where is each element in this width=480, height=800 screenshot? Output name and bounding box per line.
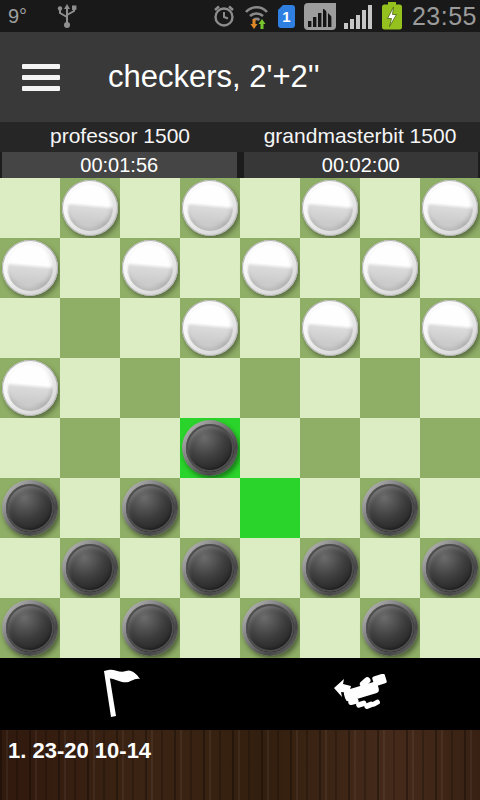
square-r7c7[interactable] [360,538,420,598]
flag-icon [92,664,148,724]
alarm-icon [211,3,237,29]
square-r1c6[interactable] [300,178,360,238]
square-r1c1[interactable] [0,178,60,238]
hamburger-menu-button[interactable] [22,64,60,91]
clock-time-label: 23:55 [412,2,477,31]
move-list-area[interactable]: 1. 23-20 10-14 [0,730,480,800]
square-r1c3[interactable] [120,178,180,238]
square-r4c6[interactable] [300,358,360,418]
white-piece[interactable] [422,300,478,356]
square-r3c3[interactable] [120,298,180,358]
svg-text:1: 1 [282,8,290,25]
square-r3c4[interactable] [180,298,240,358]
black-piece[interactable] [182,420,238,476]
square-r8c3[interactable] [120,598,180,658]
black-piece[interactable] [2,600,58,656]
page-title: checkers, 2'+2'' [108,59,320,95]
square-r8c6[interactable] [300,598,360,658]
square-r8c2[interactable] [60,598,120,658]
square-r4c3[interactable] [120,358,180,418]
square-r1c7[interactable] [360,178,420,238]
square-r7c4[interactable] [180,538,240,598]
player-names-row: professor 1500 grandmasterbit 1500 [0,122,480,152]
square-r4c5[interactable] [240,358,300,418]
board [0,178,480,658]
player-left-name: professor 1500 [0,122,240,152]
sim1-icon: 1 [276,3,297,30]
square-r2c5[interactable] [240,238,300,298]
white-piece[interactable] [362,240,418,296]
square-r5c6[interactable] [300,418,360,478]
white-piece[interactable] [422,180,478,236]
draw-button[interactable] [240,658,480,730]
temperature-label: 9° [8,0,27,32]
white-piece[interactable] [182,300,238,356]
square-r8c4[interactable] [180,598,240,658]
square-r5c1[interactable] [0,418,60,478]
square-r3c8[interactable] [420,298,480,358]
square-r5c3[interactable] [120,418,180,478]
black-piece[interactable] [362,600,418,656]
white-piece[interactable] [2,240,58,296]
square-r8c1[interactable] [0,598,60,658]
black-piece[interactable] [422,540,478,596]
square-r8c8[interactable] [420,598,480,658]
checkers-app-screen: 9° [0,0,480,800]
square-r6c2[interactable] [60,478,120,538]
white-piece[interactable] [62,180,118,236]
square-r8c5[interactable] [240,598,300,658]
square-r1c8[interactable] [420,178,480,238]
square-r5c4[interactable] [180,418,240,478]
square-r7c1[interactable] [0,538,60,598]
status-icons-cluster: 1 [211,1,477,31]
square-r6c1[interactable] [0,478,60,538]
black-piece[interactable] [362,480,418,536]
square-r6c8[interactable] [420,478,480,538]
square-r2c8[interactable] [420,238,480,298]
square-r4c1[interactable] [0,358,60,418]
wifi-updown-icon [243,3,270,30]
square-r5c2[interactable] [60,418,120,478]
square-r7c5[interactable] [240,538,300,598]
square-r5c5[interactable] [240,418,300,478]
square-r2c1[interactable] [0,238,60,298]
square-r6c5[interactable] [240,478,300,538]
move-list-text: 1. 23-20 10-14 [0,730,480,764]
square-r5c7[interactable] [360,418,420,478]
square-r2c2[interactable] [60,238,120,298]
black-piece[interactable] [242,600,298,656]
square-r6c6[interactable] [300,478,360,538]
square-r3c7[interactable] [360,298,420,358]
white-piece[interactable] [242,240,298,296]
clocks-row: 00:01:56 00:02:00 [0,152,480,178]
square-r3c2[interactable] [60,298,120,358]
square-r6c7[interactable] [360,478,420,538]
square-r7c6[interactable] [300,538,360,598]
black-piece[interactable] [122,480,178,536]
square-r5c8[interactable] [420,418,480,478]
white-piece[interactable] [122,240,178,296]
white-piece[interactable] [182,180,238,236]
white-piece[interactable] [302,180,358,236]
resign-button[interactable] [0,658,240,730]
game-controls-bar [0,658,480,730]
square-r7c3[interactable] [120,538,180,598]
handshake-icon [333,674,387,714]
signal-bars-icon [343,3,374,30]
square-r1c5[interactable] [240,178,300,238]
white-piece[interactable] [2,360,58,416]
square-r3c5[interactable] [240,298,300,358]
square-r4c8[interactable] [420,358,480,418]
black-piece[interactable] [182,540,238,596]
square-r1c2[interactable] [60,178,120,238]
square-r2c4[interactable] [180,238,240,298]
square-r4c4[interactable] [180,358,240,418]
square-r4c2[interactable] [60,358,120,418]
square-r7c8[interactable] [420,538,480,598]
square-r1c4[interactable] [180,178,240,238]
hamburger-icon [22,64,60,69]
title-bar: checkers, 2'+2'' [0,32,480,122]
black-piece[interactable] [122,600,178,656]
square-r2c6[interactable] [300,238,360,298]
square-r4c7[interactable] [360,358,420,418]
square-r2c7[interactable] [360,238,420,298]
square-r8c7[interactable] [360,598,420,658]
battery-charging-icon [380,1,404,31]
player-left-clock: 00:01:56 [2,152,237,178]
player-right-clock: 00:02:00 [244,152,479,178]
usb-icon [55,3,79,29]
square-r2c3[interactable] [120,238,180,298]
square-r6c4[interactable] [180,478,240,538]
signal-box-icon [303,1,337,31]
square-r3c6[interactable] [300,298,360,358]
square-r7c2[interactable] [60,538,120,598]
status-bar: 9° [0,0,480,32]
player-right-name: grandmasterbit 1500 [240,122,480,152]
black-piece[interactable] [2,480,58,536]
black-piece[interactable] [62,540,118,596]
white-piece[interactable] [302,300,358,356]
black-piece[interactable] [302,540,358,596]
square-r3c1[interactable] [0,298,60,358]
square-r6c3[interactable] [120,478,180,538]
